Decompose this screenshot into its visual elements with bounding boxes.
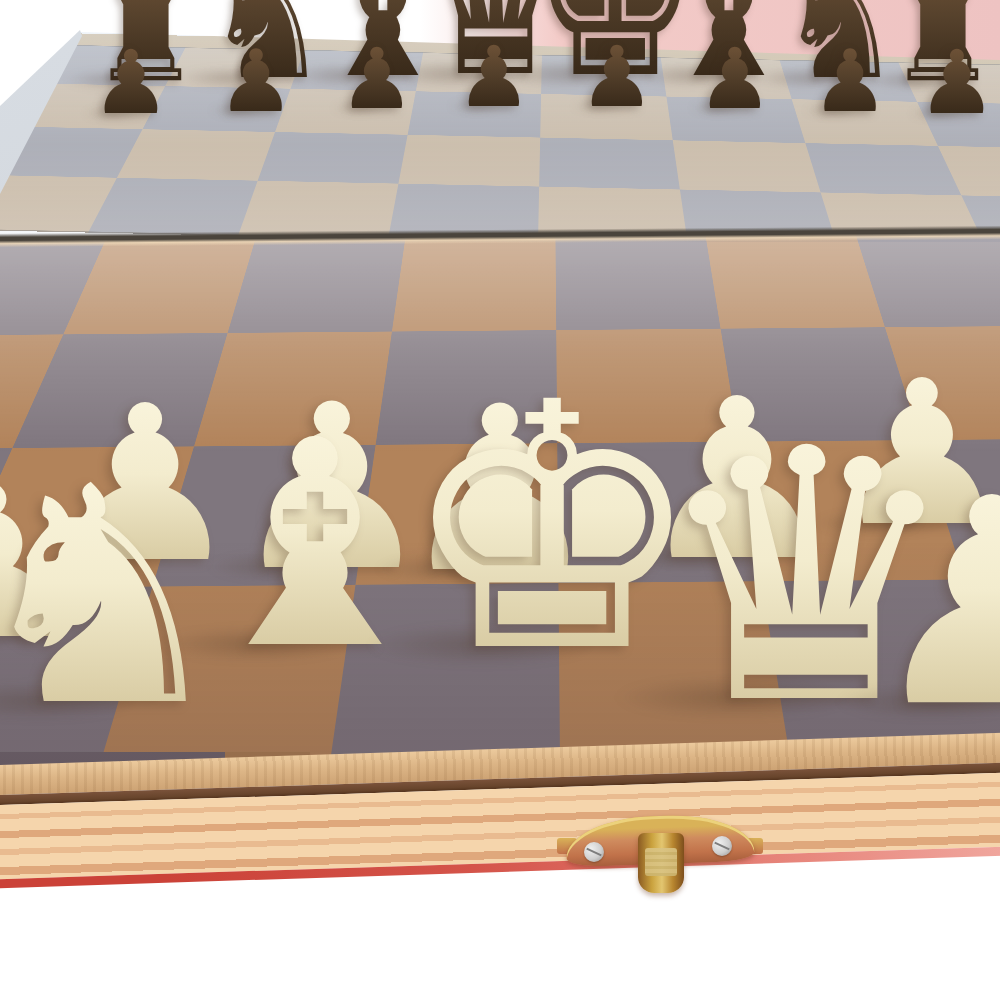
light-pawn[interactable]: ♟ (850, 461, 1000, 746)
dark-pawn[interactable]: ♟ (452, 35, 536, 119)
dark-pawn[interactable]: ♟ (87, 39, 175, 127)
dark-pawn[interactable]: ♟ (335, 37, 419, 121)
dark-pawn[interactable]: ♟ (693, 37, 777, 121)
dark-pawn[interactable]: ♟ (575, 35, 659, 119)
clasp-screw-right-icon (712, 836, 732, 856)
dark-pawn[interactable]: ♟ (913, 39, 1000, 127)
latch-clasp[interactable] (560, 808, 760, 903)
chess-set-photo: ♜♞♝♛♚♝♞♜♟♟♟♟♟♟♟♟♟♟♞♟♝♟♚♟♛♟♟ (0, 0, 1000, 1000)
dark-pawn[interactable]: ♟ (213, 38, 299, 124)
clasp-screw-left-icon (584, 842, 604, 862)
clasp-latch-pin[interactable] (638, 833, 684, 893)
dark-pawn[interactable]: ♟ (807, 38, 893, 124)
clasp-pin-label (645, 848, 677, 876)
light-knight[interactable]: ♞ (0, 448, 250, 748)
